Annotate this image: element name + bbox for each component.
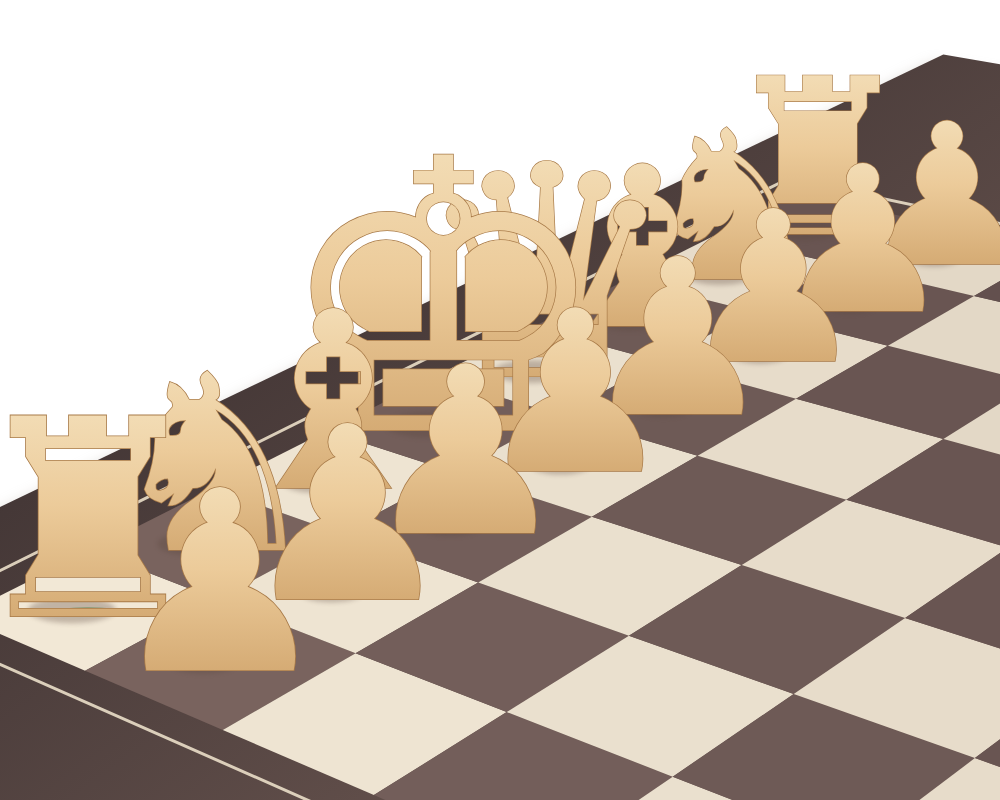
piece-white-pawn-h2: ♟: [108, 437, 333, 729]
board-scene: ♜♟♞♟♝♟♛♟♚♟♝♟♞♟♜♟: [0, 0, 1000, 800]
chess-set-photo: ♜♟♞♟♝♟♛♟♚♟♝♟♞♟♜♟: [0, 0, 1000, 800]
